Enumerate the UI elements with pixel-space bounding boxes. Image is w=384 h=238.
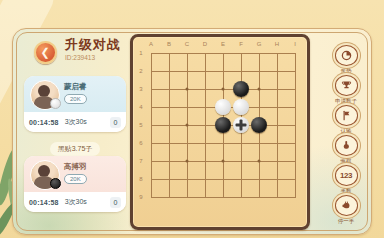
sidebar-button-pass-fist[interactable]: 停一手: [335, 195, 358, 225]
column-label: B: [164, 41, 174, 47]
sidebar-button-label: 停一手: [338, 218, 355, 225]
sidebar-button-label: 形势: [341, 68, 352, 75]
main-time: 00:14:58: [29, 119, 59, 126]
column-label: I: [290, 41, 300, 47]
column-label: H: [272, 41, 282, 47]
sidebar-button-undo-hand[interactable]: 悔棋: [335, 135, 358, 165]
title-block: 升级对战 ID:239413: [65, 38, 121, 61]
row-label: 9: [136, 194, 146, 200]
player-clock-row: 00:14:58 3次30s 0: [24, 112, 126, 132]
byoyomi: 3次30s: [65, 117, 87, 127]
sidebar-button-move-numbers[interactable]: 123手数: [335, 165, 358, 195]
go-board-grid[interactable]: [151, 53, 296, 198]
star-point: [186, 88, 189, 91]
page-title: 升级对战: [65, 38, 121, 52]
move-numbers-icon: 123: [335, 165, 358, 186]
player-card-top: 蒙启睿 20K: [24, 76, 126, 112]
sidebar-button-label: 认输: [341, 128, 352, 135]
black-stone-E5: [215, 117, 231, 133]
column-label: A: [146, 41, 156, 47]
star-point: [258, 160, 261, 163]
column-label: E: [218, 41, 228, 47]
sidebar-button-trophy[interactable]: 申请数子: [335, 75, 358, 105]
player-card-top: 高搏羽 20K: [24, 156, 126, 192]
capture-count: 0: [110, 117, 121, 128]
row-label: 6: [136, 140, 146, 146]
chevron-left-icon: ❮: [40, 47, 49, 58]
go-board-inner: ABCDEFGHI123456789: [133, 37, 307, 227]
last-move-cross-marker: [236, 120, 247, 131]
go-board: ABCDEFGHI123456789: [130, 34, 310, 230]
white-stone-E4: [215, 99, 231, 115]
player-card-white: 蒙启睿 20K 00:14:58 3次30s 0: [24, 76, 126, 132]
star-point: [186, 124, 189, 127]
situation-pie-icon: [335, 45, 358, 66]
action-sidebar: 形势申请数子认输悔棋123手数停一手: [324, 45, 368, 225]
star-point: [222, 160, 225, 163]
row-label: 2: [136, 68, 146, 74]
trophy-icon: [335, 75, 358, 96]
column-label: D: [200, 41, 210, 47]
undo-hand-icon: [335, 135, 358, 156]
sidebar-button-label: 申请数子: [335, 98, 357, 105]
player-name: 蒙启睿: [64, 82, 87, 92]
pass-fist-icon: [335, 195, 358, 216]
back-button[interactable]: ❮: [34, 41, 57, 64]
black-stone-G5: [251, 117, 267, 133]
game-id: ID:239413: [65, 54, 121, 61]
capture-count: 0: [110, 197, 121, 208]
column-label: F: [236, 41, 246, 47]
column-label: C: [182, 41, 192, 47]
row-label: 3: [136, 86, 146, 92]
sidebar-button-flag-resign[interactable]: 认输: [335, 105, 358, 135]
star-point: [186, 160, 189, 163]
white-stone-F4: [233, 99, 249, 115]
komi-strip: 黑贴3.75子: [24, 137, 126, 156]
player-card-black: 高搏羽 20K 00:14:58 3次30s 0: [24, 156, 126, 212]
sidebar-button-situation-pie[interactable]: 形势: [335, 45, 358, 75]
white-stone-indicator: [50, 98, 61, 109]
star-point: [222, 88, 225, 91]
row-label: 8: [136, 176, 146, 182]
black-stone-F3: [233, 81, 249, 97]
sidebar-button-label: 手数: [341, 188, 352, 195]
player-name: 高搏羽: [64, 162, 87, 172]
star-point: [258, 88, 261, 91]
row-label: 1: [136, 50, 146, 56]
rank-badge: 20K: [64, 94, 87, 104]
byoyomi: 3次30s: [65, 197, 87, 207]
komi-text: 黑贴3.75子: [50, 142, 101, 156]
flag-resign-icon: [335, 105, 358, 126]
header: ❮ 升级对战 ID:239413: [34, 38, 121, 64]
player-clock-row: 00:14:58 3次30s 0: [24, 192, 126, 212]
black-stone-indicator: [50, 178, 61, 189]
column-label: G: [254, 41, 264, 47]
row-label: 4: [136, 104, 146, 110]
sidebar-button-label: 悔棋: [341, 158, 352, 165]
row-label: 7: [136, 158, 146, 164]
rank-badge: 20K: [64, 174, 87, 184]
row-label: 5: [136, 122, 146, 128]
main-time: 00:14:58: [29, 199, 59, 206]
